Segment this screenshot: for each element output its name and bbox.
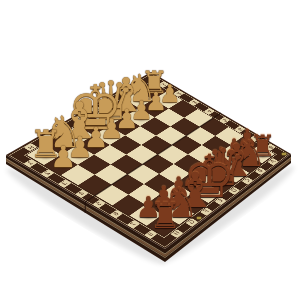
chess-set-photo: ABCDEFGH1122334455667788ABCDEFGH ♜♞♝♛♚♝♞… — [0, 0, 300, 300]
piece-black-rook[interactable]: ♜ — [149, 198, 181, 234]
piece-white-pawn[interactable]: ♟ — [50, 142, 77, 172]
brass-hinge — [282, 153, 287, 156]
